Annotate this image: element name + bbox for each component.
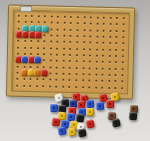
loose-peg-top-hole [71,110,74,113]
loose-peg-top-hole [88,102,91,105]
loose-peg-top-hole [54,120,57,123]
loose-peg-top-hole [110,114,113,117]
loose-peg-top-hole [70,130,73,133]
loose-peg-top-hole [63,122,66,125]
loose-peg-top-hole [57,96,60,99]
loose-peg-top-hole [88,122,91,125]
loose-peg-top-hole [79,125,82,128]
loose-peg-top-hole [80,110,83,113]
loose-peg-top-hole [98,104,101,107]
loose-peg-top-hole [60,129,63,132]
loose-peg-top-hole [69,115,72,118]
loose-peg-top-hole [79,103,82,106]
loose-peg-black[interactable] [77,128,86,137]
photo-scene [0,0,150,141]
loose-peg-top-hole [63,101,66,104]
loose-peg-top-hole [108,102,111,105]
loose-peg-yellow[interactable] [86,108,94,116]
loose-peg-top-hole [60,107,63,110]
loose-peg-top-hole [132,107,135,110]
loose-peg-top-hole [52,106,55,109]
loose-peg-top-hole [114,121,117,124]
loose-peg-blue[interactable] [50,104,58,112]
loose-peg-top-hole [113,95,116,98]
loose-peg-top-hole [80,131,83,134]
loose-peg-blue[interactable] [57,126,66,135]
loose-peg-top-hole [60,114,63,117]
loose-peg-top-hole [74,95,77,98]
loose-peg-top-hole [88,110,91,113]
loose-peg-blue[interactable] [96,102,104,110]
loose-peg-blue[interactable] [86,100,94,108]
loose-peg-red[interactable] [106,100,114,108]
loose-peg-top-hole [131,114,134,117]
loose-peg-red[interactable] [51,117,60,126]
loose-peg-black[interactable] [111,118,120,127]
loose-peg-black[interactable] [129,112,137,120]
loose-peg-top-hole [101,96,104,99]
loose-peg-pile [0,0,150,141]
loose-peg-top-hole [78,116,81,119]
loose-peg-red[interactable] [85,119,94,128]
loose-peg-yellow[interactable] [67,127,76,136]
loose-peg-top-hole [71,102,74,105]
loose-peg-top-hole [72,123,75,126]
